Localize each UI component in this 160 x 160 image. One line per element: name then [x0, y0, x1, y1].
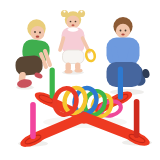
girl-shorts	[63, 50, 85, 64]
child-boy-right	[107, 17, 151, 87]
girl-foot	[75, 69, 83, 73]
boy-right-eye	[125, 30, 127, 32]
girl-mouth	[72, 24, 75, 26]
girl-collar	[68, 27, 79, 31]
child-girl-center	[60, 10, 96, 74]
boy-right-shirt	[107, 38, 140, 66]
boy-right-face	[116, 24, 130, 38]
boy-left-face	[31, 26, 45, 40]
girl-eye	[70, 21, 72, 23]
boy-right-jeans	[107, 62, 142, 87]
boy-left-eye	[34, 31, 36, 33]
child-boy-left	[15, 19, 51, 88]
peg-red	[134, 99, 140, 138]
boy-right-eye	[120, 30, 122, 32]
product-photo-ring-toss	[0, 0, 160, 160]
girl-face	[66, 15, 79, 28]
girl-foot	[65, 70, 73, 74]
girl-eye	[75, 21, 77, 23]
girl-hair-bow	[80, 11, 82, 13]
boy-left-mouth	[36, 35, 40, 37]
peg-green	[50, 68, 55, 99]
girl-hair-bow	[63, 11, 65, 13]
peg-blue	[118, 67, 123, 100]
scene	[0, 0, 160, 160]
held-ring-yellow	[85, 49, 96, 62]
boy-left-eye	[39, 32, 41, 34]
boy-right-mouth	[121, 34, 124, 36]
peg-pink	[30, 102, 36, 139]
